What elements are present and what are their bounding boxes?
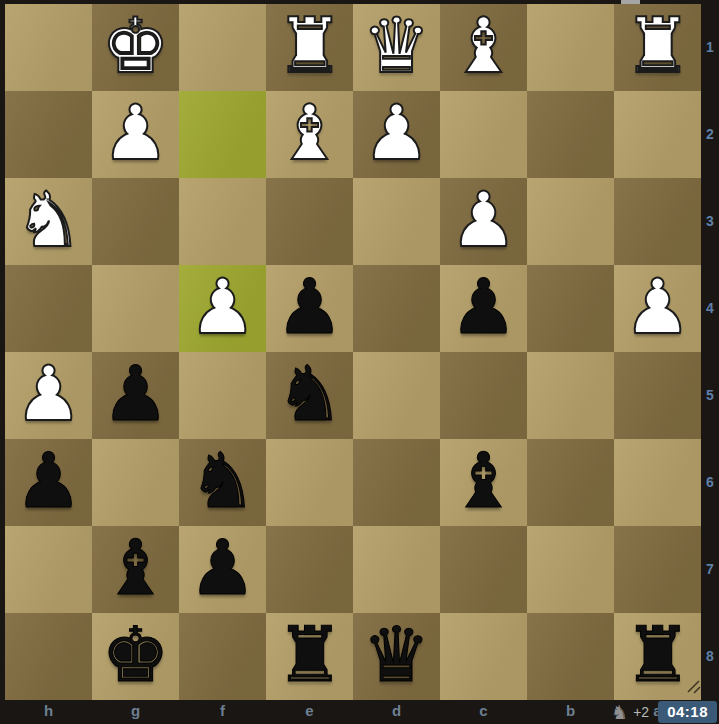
square-f1[interactable] [179,4,266,91]
square-c8[interactable] [440,613,527,700]
square-h5[interactable]: ♟ [5,352,92,439]
rank-label-7: 7 [701,526,719,613]
square-a1[interactable]: ♜ [614,4,701,91]
black-knight-f6[interactable]: ♞ [179,439,266,526]
square-c3[interactable]: ♟ [440,178,527,265]
white-pawn-a4[interactable]: ♟ [614,265,701,352]
square-h3[interactable]: ♞ [5,178,92,265]
square-e2[interactable]: ♝ [266,91,353,178]
square-g7[interactable]: ♝ [92,526,179,613]
square-g8[interactable]: ♚ [92,613,179,700]
file-label-h: h [5,700,92,724]
black-pawn-g5[interactable]: ♟ [92,352,179,439]
square-b4[interactable] [527,265,614,352]
rank-label-3: 3 [701,178,719,265]
square-e8[interactable]: ♜ [266,613,353,700]
square-e5[interactable]: ♞ [266,352,353,439]
square-d4[interactable] [353,265,440,352]
square-h7[interactable] [5,526,92,613]
square-e1[interactable]: ♜ [266,4,353,91]
square-f4[interactable]: ♟ [179,265,266,352]
square-g6[interactable] [92,439,179,526]
square-b8[interactable] [527,613,614,700]
square-h4[interactable] [5,265,92,352]
file-label-b: b [527,700,614,724]
white-knight-h3[interactable]: ♞ [5,178,92,265]
square-f7[interactable]: ♟ [179,526,266,613]
white-pawn-f4[interactable]: ♟ [179,265,266,352]
white-bishop-e2[interactable]: ♝ [266,91,353,178]
black-queen-d8[interactable]: ♛ [353,613,440,700]
rank-label-1: 1 [701,4,719,91]
square-g2[interactable]: ♟ [92,91,179,178]
player-clock: 04:18 [658,701,717,723]
square-a6[interactable] [614,439,701,526]
white-pawn-c3[interactable]: ♟ [440,178,527,265]
rank-label-8: 8 [701,613,719,700]
square-g4[interactable] [92,265,179,352]
square-a4[interactable]: ♟ [614,265,701,352]
white-rook-e1[interactable]: ♜ [266,4,353,91]
square-c2[interactable] [440,91,527,178]
square-c6[interactable]: ♝ [440,439,527,526]
square-g1[interactable]: ♚ [92,4,179,91]
rank-label-4: 4 [701,265,719,352]
square-h1[interactable] [5,4,92,91]
material-advantage: +2 [633,704,653,720]
white-queen-d1[interactable]: ♛ [353,4,440,91]
square-c5[interactable] [440,352,527,439]
file-label-g: g [92,700,179,724]
square-b1[interactable] [527,4,614,91]
white-pawn-h5[interactable]: ♟ [5,352,92,439]
app-window: { "game": "chess", "board": { "orientati… [0,0,719,724]
square-f5[interactable] [179,352,266,439]
player-status-bar: ♞ +2 04:18 [611,700,717,724]
square-d3[interactable] [353,178,440,265]
square-f2[interactable] [179,91,266,178]
white-pawn-d2[interactable]: ♟ [353,91,440,178]
rank-coordinates: 12345678 [701,4,719,700]
square-d5[interactable] [353,352,440,439]
square-e7[interactable] [266,526,353,613]
black-pawn-c4[interactable]: ♟ [440,265,527,352]
white-pawn-g2[interactable]: ♟ [92,91,179,178]
white-king-g1[interactable]: ♚ [92,4,179,91]
square-e3[interactable] [266,178,353,265]
square-a3[interactable] [614,178,701,265]
square-d8[interactable]: ♛ [353,613,440,700]
board: ♚♜♛♝♜♟♝♟♞♟♟♟♟♟♟♟♞♟♞♝♝♟♚♜♛♜ [5,4,701,700]
square-c1[interactable]: ♝ [440,4,527,91]
square-b5[interactable] [527,352,614,439]
rank-label-6: 6 [701,439,719,526]
white-rook-a1[interactable]: ♜ [614,4,701,91]
square-d6[interactable] [353,439,440,526]
file-label-c: c [440,700,527,724]
square-h2[interactable] [5,91,92,178]
square-c4[interactable]: ♟ [440,265,527,352]
file-label-f: f [179,700,266,724]
black-bishop-g7[interactable]: ♝ [92,526,179,613]
file-label-d: d [353,700,440,724]
square-d1[interactable]: ♛ [353,4,440,91]
square-a2[interactable] [614,91,701,178]
square-f8[interactable] [179,613,266,700]
square-c7[interactable] [440,526,527,613]
square-b7[interactable] [527,526,614,613]
black-king-g8[interactable]: ♚ [92,613,179,700]
black-knight-e5[interactable]: ♞ [266,352,353,439]
board-resize-handle[interactable] [685,678,702,695]
square-d2[interactable]: ♟ [353,91,440,178]
square-f3[interactable] [179,178,266,265]
file-label-e: e [266,700,353,724]
square-a7[interactable] [614,526,701,613]
square-g5[interactable]: ♟ [92,352,179,439]
square-d7[interactable] [353,526,440,613]
black-pawn-f7[interactable]: ♟ [179,526,266,613]
square-g3[interactable] [92,178,179,265]
captured-knight-icon: ♞ [611,701,628,723]
square-b6[interactable] [527,439,614,526]
rank-label-2: 2 [701,91,719,178]
square-b3[interactable] [527,178,614,265]
white-bishop-c1[interactable]: ♝ [440,4,527,91]
square-e6[interactable] [266,439,353,526]
square-b2[interactable] [527,91,614,178]
square-h8[interactable] [5,613,92,700]
black-bishop-c6[interactable]: ♝ [440,439,527,526]
black-pawn-h6[interactable]: ♟ [5,439,92,526]
square-f6[interactable]: ♞ [179,439,266,526]
square-h6[interactable]: ♟ [5,439,92,526]
file-coordinates: hgfedcba [5,700,701,724]
square-a5[interactable] [614,352,701,439]
black-rook-e8[interactable]: ♜ [266,613,353,700]
black-pawn-e4[interactable]: ♟ [266,265,353,352]
rank-label-5: 5 [701,352,719,439]
square-e4[interactable]: ♟ [266,265,353,352]
